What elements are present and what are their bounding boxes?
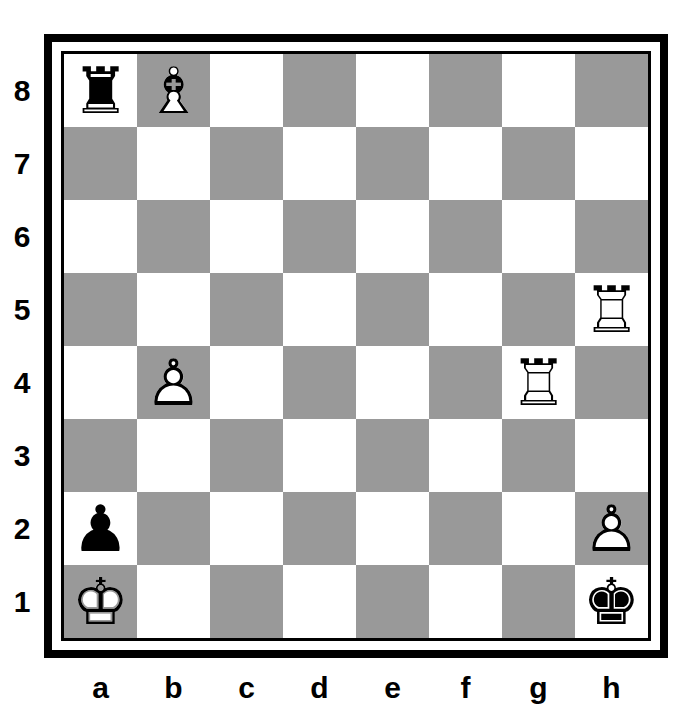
square-c3[interactable] bbox=[210, 419, 283, 492]
square-a5[interactable] bbox=[64, 273, 137, 346]
chess-diagram: 87654321 ♜♝♗♜♖♟♙♜♖♟♟♙♚♔♚ abcdefgh bbox=[0, 0, 700, 724]
square-a6[interactable] bbox=[64, 200, 137, 273]
square-h8[interactable] bbox=[575, 54, 648, 127]
square-c6[interactable] bbox=[210, 200, 283, 273]
square-g2[interactable] bbox=[502, 492, 575, 565]
square-d3[interactable] bbox=[283, 419, 356, 492]
square-e8[interactable] bbox=[356, 54, 429, 127]
rank-label-3: 3 bbox=[0, 419, 44, 492]
square-d2[interactable] bbox=[283, 492, 356, 565]
square-g3[interactable] bbox=[502, 419, 575, 492]
white-pawn-piece: ♟♙ bbox=[575, 492, 648, 565]
square-a1[interactable]: ♚♔ bbox=[64, 565, 137, 638]
white-rook-icon: ♖ bbox=[510, 351, 567, 415]
square-f1[interactable] bbox=[429, 565, 502, 638]
square-d6[interactable] bbox=[283, 200, 356, 273]
square-h1[interactable]: ♚ bbox=[575, 565, 648, 638]
square-e2[interactable] bbox=[356, 492, 429, 565]
rank-label-8: 8 bbox=[0, 54, 44, 127]
square-b7[interactable] bbox=[137, 127, 210, 200]
rank-label-2: 2 bbox=[0, 492, 44, 565]
square-b1[interactable] bbox=[137, 565, 210, 638]
file-label-e: e bbox=[356, 662, 429, 714]
black-pawn-icon: ♟ bbox=[72, 497, 129, 561]
square-b2[interactable] bbox=[137, 492, 210, 565]
white-rook-icon: ♖ bbox=[583, 278, 640, 342]
square-c7[interactable] bbox=[210, 127, 283, 200]
file-label-f: f bbox=[429, 662, 502, 714]
black-rook-piece: ♜ bbox=[64, 54, 137, 127]
white-bishop-piece: ♝♗ bbox=[137, 54, 210, 127]
square-h7[interactable] bbox=[575, 127, 648, 200]
square-e1[interactable] bbox=[356, 565, 429, 638]
square-a7[interactable] bbox=[64, 127, 137, 200]
square-f8[interactable] bbox=[429, 54, 502, 127]
square-b4[interactable]: ♟♙ bbox=[137, 346, 210, 419]
square-a3[interactable] bbox=[64, 419, 137, 492]
square-d5[interactable] bbox=[283, 273, 356, 346]
white-rook-piece: ♜♖ bbox=[575, 273, 648, 346]
black-pawn-piece: ♟ bbox=[64, 492, 137, 565]
square-c8[interactable] bbox=[210, 54, 283, 127]
square-e5[interactable] bbox=[356, 273, 429, 346]
square-d7[interactable] bbox=[283, 127, 356, 200]
square-f5[interactable] bbox=[429, 273, 502, 346]
square-g4[interactable]: ♜♖ bbox=[502, 346, 575, 419]
white-rook-piece: ♜♖ bbox=[502, 346, 575, 419]
file-label-b: b bbox=[137, 662, 210, 714]
file-label-d: d bbox=[283, 662, 356, 714]
square-g6[interactable] bbox=[502, 200, 575, 273]
square-g1[interactable] bbox=[502, 565, 575, 638]
square-f4[interactable] bbox=[429, 346, 502, 419]
square-a2[interactable]: ♟ bbox=[64, 492, 137, 565]
square-h3[interactable] bbox=[575, 419, 648, 492]
square-a8[interactable]: ♜ bbox=[64, 54, 137, 127]
file-label-c: c bbox=[210, 662, 283, 714]
white-pawn-icon: ♙ bbox=[145, 351, 202, 415]
rank-label-4: 4 bbox=[0, 346, 44, 419]
square-e6[interactable] bbox=[356, 200, 429, 273]
square-b6[interactable] bbox=[137, 200, 210, 273]
square-f7[interactable] bbox=[429, 127, 502, 200]
square-f3[interactable] bbox=[429, 419, 502, 492]
rank-label-6: 6 bbox=[0, 200, 44, 273]
square-g5[interactable] bbox=[502, 273, 575, 346]
board-frame: ♜♝♗♜♖♟♙♜♖♟♟♙♚♔♚ bbox=[44, 34, 668, 658]
white-bishop-icon: ♗ bbox=[145, 59, 202, 123]
file-label-g: g bbox=[502, 662, 575, 714]
black-rook-icon: ♜ bbox=[72, 59, 129, 123]
square-b3[interactable] bbox=[137, 419, 210, 492]
file-label-h: h bbox=[575, 662, 648, 714]
white-king-piece: ♚♔ bbox=[64, 565, 137, 638]
square-c5[interactable] bbox=[210, 273, 283, 346]
rank-label-1: 1 bbox=[0, 565, 44, 638]
white-pawn-piece: ♟♙ bbox=[137, 346, 210, 419]
square-g8[interactable] bbox=[502, 54, 575, 127]
square-h5[interactable]: ♜♖ bbox=[575, 273, 648, 346]
square-e7[interactable] bbox=[356, 127, 429, 200]
square-c4[interactable] bbox=[210, 346, 283, 419]
square-h6[interactable] bbox=[575, 200, 648, 273]
square-d8[interactable] bbox=[283, 54, 356, 127]
square-d1[interactable] bbox=[283, 565, 356, 638]
white-king-icon: ♔ bbox=[72, 570, 129, 634]
square-e4[interactable] bbox=[356, 346, 429, 419]
square-h4[interactable] bbox=[575, 346, 648, 419]
white-pawn-icon: ♙ bbox=[583, 497, 640, 561]
square-g7[interactable] bbox=[502, 127, 575, 200]
square-h2[interactable]: ♟♙ bbox=[575, 492, 648, 565]
rank-label-7: 7 bbox=[0, 127, 44, 200]
chess-board: ♜♝♗♜♖♟♙♜♖♟♟♙♚♔♚ bbox=[61, 51, 651, 641]
square-c1[interactable] bbox=[210, 565, 283, 638]
file-label-a: a bbox=[64, 662, 137, 714]
square-f6[interactable] bbox=[429, 200, 502, 273]
square-e3[interactable] bbox=[356, 419, 429, 492]
square-f2[interactable] bbox=[429, 492, 502, 565]
black-king-icon: ♚ bbox=[583, 570, 640, 634]
square-a4[interactable] bbox=[64, 346, 137, 419]
rank-label-5: 5 bbox=[0, 273, 44, 346]
black-king-piece: ♚ bbox=[575, 565, 648, 638]
square-c2[interactable] bbox=[210, 492, 283, 565]
square-b8[interactable]: ♝♗ bbox=[137, 54, 210, 127]
square-b5[interactable] bbox=[137, 273, 210, 346]
square-d4[interactable] bbox=[283, 346, 356, 419]
